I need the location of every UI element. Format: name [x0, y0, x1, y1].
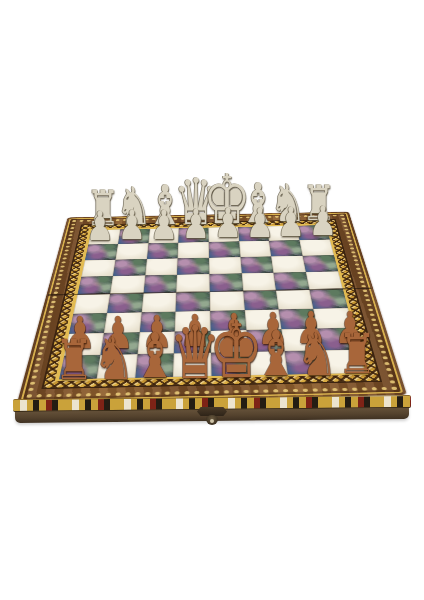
piece-white-rook-h1[interactable]: ♜ — [338, 327, 377, 382]
piece-black-pawn-e7[interactable]: ♟ — [213, 204, 241, 244]
piece-white-knight-g1[interactable]: ♞ — [296, 325, 337, 384]
piece-black-pawn-f7[interactable]: ♟ — [245, 203, 273, 243]
piece-white-knight-b1[interactable]: ♞ — [94, 329, 135, 388]
piece-black-pawn-h7[interactable]: ♟ — [309, 202, 337, 242]
piece-black-pawn-d7[interactable]: ♟ — [182, 204, 210, 244]
piece-black-pawn-a7[interactable]: ♟ — [86, 206, 114, 246]
piece-black-pawn-g7[interactable]: ♟ — [277, 202, 305, 242]
piece-white-rook-a1[interactable]: ♜ — [54, 333, 93, 388]
piece-black-pawn-b7[interactable]: ♟ — [118, 206, 146, 246]
chess-set-photo: ♜♞♝♛♚♝♞♜♟♟♟♟♟♟♟♟♟♟♟♟♟♟♟♟♜♞♝♛♚♝♞♜ — [0, 0, 424, 600]
pieces-layer: ♜♞♝♛♚♝♞♜♟♟♟♟♟♟♟♟♟♟♟♟♟♟♟♟♜♞♝♛♚♝♞♜ — [0, 0, 424, 600]
piece-white-bishop-f1[interactable]: ♝ — [255, 323, 298, 385]
piece-black-pawn-c7[interactable]: ♟ — [150, 205, 178, 245]
